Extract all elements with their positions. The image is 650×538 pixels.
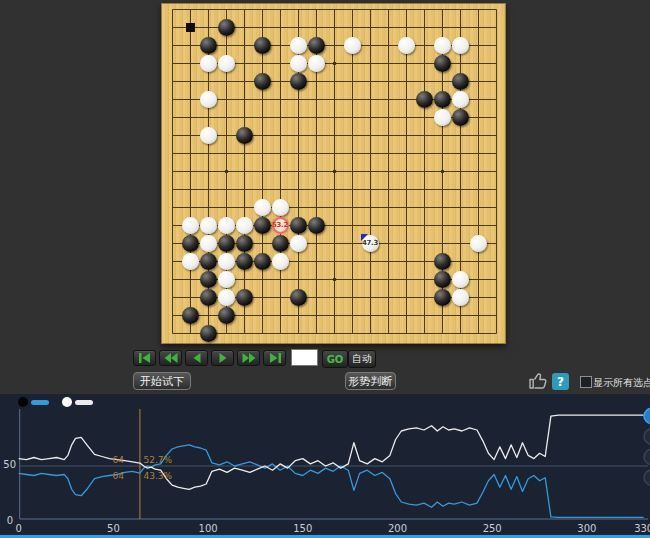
position-judge-button[interactable]: 形势判断: [345, 372, 396, 390]
chart-side-button[interactable]: [644, 470, 650, 485]
x-tick-label: 50: [107, 523, 120, 534]
stone-black: [236, 235, 253, 252]
stone-black: [434, 271, 451, 288]
x-tick-label: 200: [388, 523, 407, 534]
stone-white: [470, 235, 487, 252]
white-winrate-line-swatch: [75, 400, 93, 405]
stone-black: [200, 325, 217, 342]
thumbs-up-icon: [527, 371, 549, 390]
stone-black: [218, 19, 235, 36]
nav-toolbar: [133, 350, 286, 366]
stone-black: [200, 271, 217, 288]
stone-white: [290, 235, 307, 252]
stone-white: [272, 253, 289, 270]
x-tick-label: 330: [634, 523, 650, 534]
stone-black: [434, 55, 451, 72]
show-all-points-checkbox[interactable]: [580, 376, 592, 388]
marker-black-value: 43.3%: [144, 471, 173, 481]
stone-black: [254, 37, 271, 54]
stone-black: [182, 307, 199, 324]
stone-white: [254, 199, 271, 216]
play-icon: [216, 353, 230, 363]
board-stones-layer: 53.247.3: [163, 0, 505, 342]
x-tick-label: 0: [16, 523, 22, 534]
stone-white: [452, 37, 469, 54]
stone-white: [218, 289, 235, 306]
stone-white: [200, 217, 217, 234]
stone-black: [236, 253, 253, 270]
stone-white: [272, 199, 289, 216]
stone-white: [200, 127, 217, 144]
thumbs-up-button[interactable]: [527, 371, 549, 390]
stone-white: [182, 217, 199, 234]
x-tick-label: 100: [199, 523, 218, 534]
fast-backward-icon: [164, 353, 178, 363]
stone-black: [182, 235, 199, 252]
black-player-dot-icon: [18, 397, 28, 407]
go-analysis-app: 53.247.3 GO 自动 开始试下 形势判断 ? 显示所有选点: [0, 0, 650, 538]
stone-white: [434, 109, 451, 126]
stone-white: [200, 55, 217, 72]
stone-black: [236, 127, 253, 144]
move-number-input[interactable]: [291, 349, 318, 366]
stone-black: [434, 289, 451, 306]
chart-side-button[interactable]: [644, 409, 650, 424]
stone-black: [200, 289, 217, 306]
stone-black: [236, 289, 253, 306]
step-backward-icon: [190, 353, 204, 363]
stone-white: [218, 217, 235, 234]
stone-white: [236, 217, 253, 234]
stone-black: [200, 253, 217, 270]
x-tick-label: 300: [577, 523, 596, 534]
skip-to-end-icon: [268, 353, 282, 363]
auto-play-button[interactable]: 自动: [348, 350, 376, 368]
fast-backward-button[interactable]: [159, 350, 182, 366]
stone-black: [416, 91, 433, 108]
winrate-chart[interactable]: 0501001502002503003305006452.7%6443.3%: [0, 394, 650, 538]
chart-side-button[interactable]: [644, 450, 650, 465]
stone-white: [398, 37, 415, 54]
stone-white: [452, 271, 469, 288]
chart-legend: [18, 397, 93, 407]
stone-white: [218, 55, 235, 72]
last-move-stone-white: 53.2: [272, 217, 289, 234]
legend-black-player[interactable]: [18, 397, 49, 407]
winrate-chart-panel[interactable]: 0501001502002503003305006452.7%6443.3%: [0, 394, 650, 538]
y-tick-label: 0: [7, 515, 13, 526]
skip-to-start-button[interactable]: [133, 350, 156, 366]
show-all-points-label: 显示所有选点: [593, 376, 650, 390]
stone-white: [200, 91, 217, 108]
stone-white: [290, 55, 307, 72]
fast-forward-icon: [242, 353, 256, 363]
stone-black: [218, 307, 235, 324]
stone-black: [254, 217, 271, 234]
stone-black: [452, 109, 469, 126]
stone-white: [434, 37, 451, 54]
play-button[interactable]: [211, 350, 234, 366]
stone-black: [290, 217, 307, 234]
skip-to-end-button[interactable]: [263, 350, 286, 366]
stone-black: [290, 289, 307, 306]
start-trial-button[interactable]: 开始试下: [133, 372, 191, 390]
stone-black: [254, 73, 271, 90]
stone-white: [452, 289, 469, 306]
stone-white: [182, 253, 199, 270]
x-tick-label: 150: [293, 523, 312, 534]
legend-white-player[interactable]: [62, 397, 93, 407]
stone-black: [452, 73, 469, 90]
stone-white: [218, 271, 235, 288]
stone-black: [434, 253, 451, 270]
stone-black: [200, 37, 217, 54]
stone-white: [344, 37, 361, 54]
chart-side-button[interactable]: [644, 429, 650, 444]
stone-black: [308, 217, 325, 234]
stone-white: [218, 253, 235, 270]
y-tick-label: 50: [3, 459, 16, 470]
stone-black: [272, 235, 289, 252]
black-winrate-line-swatch: [31, 400, 49, 405]
marker-move-label: 64: [113, 455, 125, 465]
go-button[interactable]: GO: [322, 350, 348, 368]
white-player-dot-icon: [62, 397, 72, 407]
x-tick-label: 250: [483, 523, 502, 534]
marker-move-label: 64: [113, 471, 125, 481]
skip-to-start-icon: [138, 353, 152, 363]
stone-black: [218, 235, 235, 252]
stone-black: [290, 73, 307, 90]
marker-white-value: 52.7%: [144, 455, 173, 465]
stone-white: [290, 37, 307, 54]
fast-forward-button[interactable]: [237, 350, 260, 366]
help-icon[interactable]: ?: [552, 373, 569, 390]
stone-white: [200, 235, 217, 252]
stone-black: [254, 253, 271, 270]
step-backward-button[interactable]: [185, 350, 208, 366]
stone-white: [452, 91, 469, 108]
stone-white: [308, 55, 325, 72]
stone-black: [308, 37, 325, 54]
go-board[interactable]: 53.247.3: [161, 3, 506, 344]
square-marker: [186, 23, 195, 32]
stone-black: [434, 91, 451, 108]
ai-suggested-move[interactable]: 47.3: [362, 235, 379, 252]
